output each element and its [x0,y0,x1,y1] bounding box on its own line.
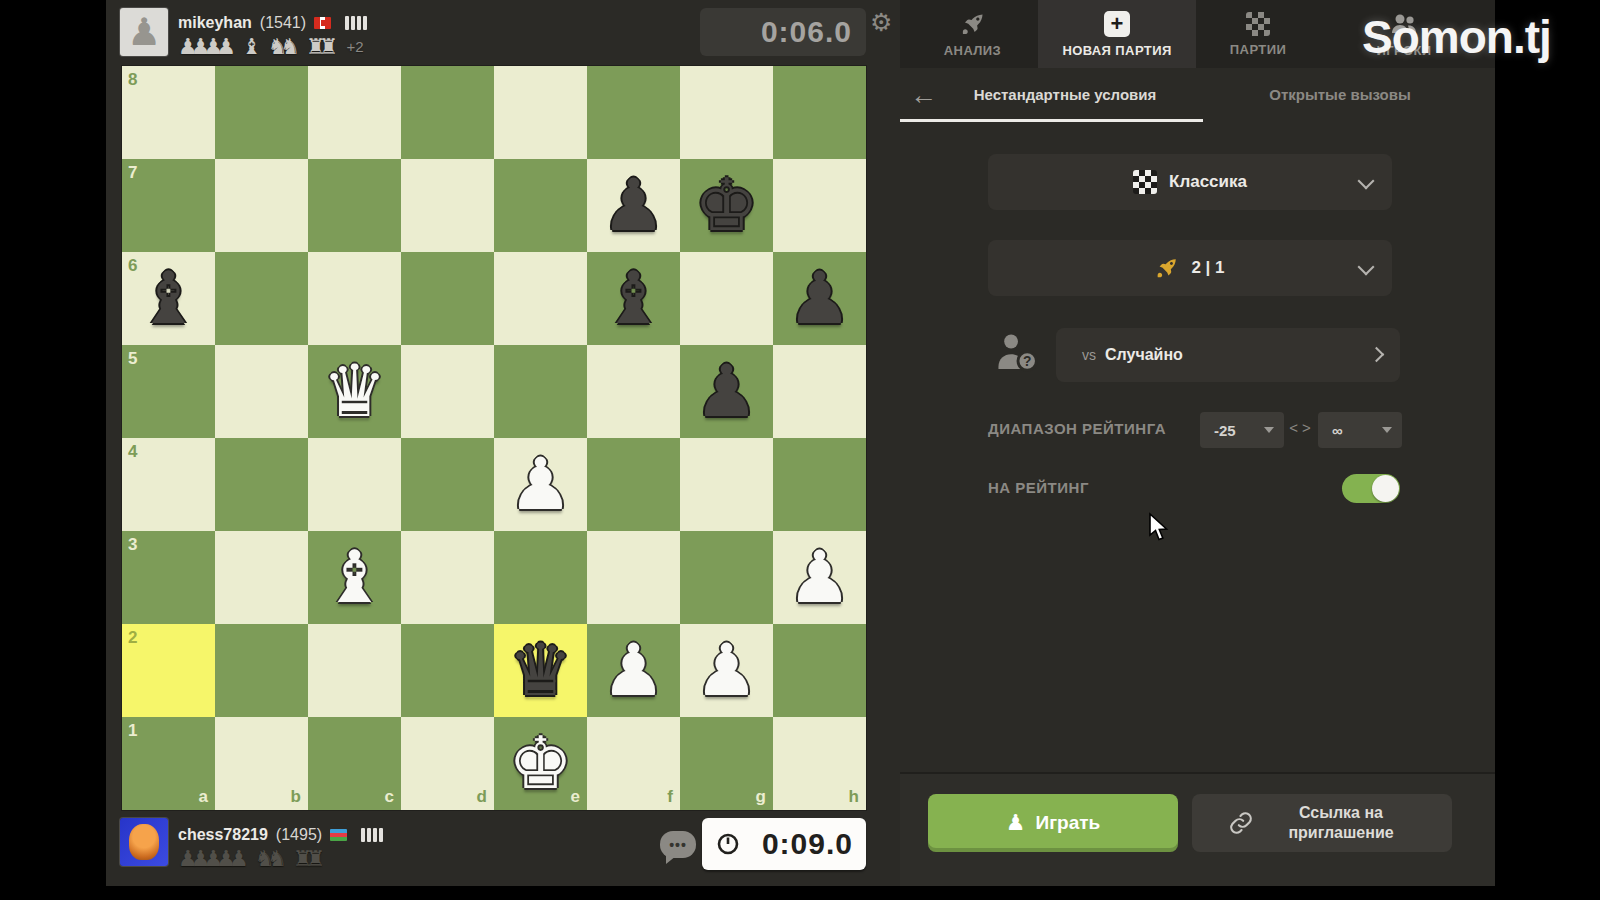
square-h6[interactable]: ♟ [773,252,866,345]
file-label-d: d [477,787,487,807]
tab-analysis[interactable]: АНАЛИЗ [915,0,1030,68]
pawn-icon: ♟ [1006,812,1026,834]
captured-group-rook: ♜♜ [293,848,318,870]
square-g1[interactable]: g [680,717,773,810]
caret-down-icon [1382,427,1392,433]
square-a5[interactable]: 5 [122,345,215,438]
rocket-icon [960,11,986,37]
square-h2[interactable] [773,624,866,717]
square-h5[interactable] [773,345,866,438]
square-d4[interactable] [401,438,494,531]
top-player-clock: 0:06.0 [700,8,866,56]
rank-label-4: 4 [128,442,137,462]
square-d3[interactable] [401,531,494,624]
chess-board: 87♟♚6♝♝♟5♛♟4♟3♝♟2♛♟♟1abcde♚fgh [122,66,866,810]
square-e6[interactable] [494,252,587,345]
square-a3[interactable]: 3 [122,531,215,624]
checkerboard-icon [1246,12,1270,36]
subtab-custom-conditions[interactable]: Нестандартные условия [940,86,1190,103]
square-a6[interactable]: 6♝ [122,252,215,345]
rating-max-value: ∞ [1332,422,1343,439]
vs-prefix: vs [1082,347,1096,363]
square-b7[interactable] [215,159,308,252]
settings-gear-icon[interactable]: ⚙ [870,8,892,37]
piece-black-pawn[interactable]: ♟ [587,159,680,252]
rating-max-dropdown[interactable]: ∞ [1318,412,1402,448]
play-button[interactable]: ♟ Играть [928,794,1178,852]
square-f4[interactable] [587,438,680,531]
letterbox-right [1495,0,1600,900]
watermark-logo: Somon.tj [1362,10,1551,64]
top-player-rating: (1541) [260,14,306,32]
square-g8[interactable] [680,66,773,159]
bottom-player-avatar[interactable] [120,818,168,866]
square-e8[interactable] [494,66,587,159]
player-question-icon: ? [995,332,1041,374]
square-c7[interactable] [308,159,401,252]
square-f8[interactable] [587,66,680,159]
square-f5[interactable] [587,345,680,438]
piece-white-bishop[interactable]: ♝ [308,531,401,624]
square-f1[interactable]: f [587,717,680,810]
square-g7[interactable]: ♚ [680,159,773,252]
letterbox-left [0,0,106,900]
file-label-a: a [199,787,208,807]
rank-label-3: 3 [128,535,137,555]
captured-group-knight: ♞♞ [255,848,280,870]
tab-analysis-label: АНАЛИЗ [944,43,1001,58]
tab-new-game-label: НОВАЯ ПАРТИЯ [1062,43,1171,58]
tab-new-game[interactable]: + НОВАЯ ПАРТИЯ [1038,0,1196,68]
square-d5[interactable] [401,345,494,438]
bottom-player-rating: (1495) [276,826,322,844]
square-g6[interactable] [680,252,773,345]
square-b3[interactable] [215,531,308,624]
square-b1[interactable]: b [215,717,308,810]
square-d2[interactable] [401,624,494,717]
captured-group-pawn: ♟♟♟♟♟ [178,848,242,870]
square-e1[interactable]: e♚ [494,717,587,810]
square-c5[interactable]: ♛ [308,345,401,438]
chat-bubble-icon[interactable]: ••• [660,831,696,858]
chevron-down-icon [1358,259,1375,276]
square-f6[interactable]: ♝ [587,252,680,345]
letterbox-bottom [0,886,1600,900]
captured-group-rook: ♜♜ [306,36,331,58]
caret-down-icon [1264,427,1274,433]
square-c8[interactable] [308,66,401,159]
plus-icon: + [1104,11,1130,37]
square-c6[interactable] [308,252,401,345]
opponent-value: Случайно [1105,346,1183,364]
square-c1[interactable]: c [308,717,401,810]
time-control-value: 2 | 1 [1191,258,1224,278]
captured-group-bishop: ♝ [242,36,255,58]
piece-white-pawn[interactable]: ♟ [680,624,773,717]
square-h3[interactable]: ♟ [773,531,866,624]
chess-app-screen: ♟ mikeyhan (1541) ♟♟♟♟♝♞♞♜♜+2 0:06.0 ⚙ 8… [0,0,1600,900]
top-player-avatar[interactable]: ♟ [120,8,168,56]
square-f7[interactable]: ♟ [587,159,680,252]
canada-flag-icon [314,17,331,29]
square-e4[interactable]: ♟ [494,438,587,531]
chat-dots: ••• [669,837,687,853]
piece-black-pawn[interactable]: ♟ [773,252,866,345]
square-g2[interactable]: ♟ [680,624,773,717]
square-f2[interactable]: ♟ [587,624,680,717]
character-avatar-art [129,824,159,860]
square-f3[interactable] [587,531,680,624]
file-label-f: f [667,787,673,807]
rank-label-2: 2 [128,628,137,648]
top-clock-value: 0:06.0 [761,15,852,49]
rank-label-1: 1 [128,721,137,741]
square-d6[interactable] [401,252,494,345]
rank-label-8: 8 [128,70,137,90]
piece-white-king[interactable]: ♚ [494,717,587,810]
play-button-label: Играть [1036,812,1101,834]
rocket-icon [1155,256,1179,280]
square-e2[interactable]: ♛ [494,624,587,717]
clock-icon [716,832,740,856]
tab-games[interactable]: ПАРТИИ [1200,0,1316,68]
piece-black-queen[interactable]: ♛ [494,624,587,717]
square-b6[interactable] [215,252,308,345]
top-player-name[interactable]: mikeyhan [178,14,252,32]
rank-label-5: 5 [128,349,137,369]
azerbaijan-flag-icon [330,829,347,841]
square-c4[interactable] [308,438,401,531]
captured-pieces-bottom: ♟♟♟♟♟♞♞♜♜ [178,848,332,870]
back-arrow-icon[interactable]: ← [910,80,937,111]
square-h7[interactable] [773,159,866,252]
bottom-player-name[interactable]: chess78219 [178,826,268,844]
variant-dropdown[interactable]: Классика [988,154,1392,210]
tab-games-label: ПАРТИИ [1230,42,1286,57]
chevron-right-icon [1369,347,1385,363]
link-icon [1228,810,1254,836]
subtab-open-challenges[interactable]: Открытые вызовы [1225,86,1455,103]
svg-text:?: ? [1023,354,1031,369]
piece-black-bishop[interactable]: ♝ [122,252,215,345]
square-e3[interactable] [494,531,587,624]
piece-black-bishop[interactable]: ♝ [587,252,680,345]
rating-min-dropdown[interactable]: -25 [1200,412,1284,448]
square-c3[interactable]: ♝ [308,531,401,624]
square-h1[interactable]: h [773,717,866,810]
active-subtab-underline [900,119,1203,122]
opponent-select-button[interactable]: vs Случайно [1056,328,1400,382]
file-label-b: b [291,787,301,807]
square-g3[interactable] [680,531,773,624]
square-h8[interactable] [773,66,866,159]
square-d8[interactable] [401,66,494,159]
square-a4[interactable]: 4 [122,438,215,531]
square-b4[interactable] [215,438,308,531]
piece-white-queen[interactable]: ♛ [308,345,401,438]
captured-group-pawn: ♟♟♟♟ [178,36,229,58]
rated-toggle[interactable] [1342,474,1400,503]
piece-black-pawn[interactable]: ♟ [680,345,773,438]
square-c2[interactable] [308,624,401,717]
time-control-dropdown[interactable]: 2 | 1 [988,240,1392,296]
piece-white-pawn[interactable]: ♟ [494,438,587,531]
square-d1[interactable]: d [401,717,494,810]
piece-white-pawn[interactable]: ♟ [587,624,680,717]
square-b5[interactable] [215,345,308,438]
invite-link-button[interactable]: Ссылка на приглашение [1192,794,1452,852]
captured-pieces-top: ♟♟♟♟♝♞♞♜♜+2 [178,36,364,58]
rated-label: НА РЕЙТИНГ [988,479,1089,496]
square-e7[interactable] [494,159,587,252]
bottom-player-clock: 0:09.0 [702,818,866,870]
piece-black-king[interactable]: ♚ [680,159,773,252]
invite-button-label: Ссылка на приглашение [1266,803,1416,843]
signal-bars-icon [361,828,383,842]
bottom-clock-value: 0:09.0 [762,827,853,861]
square-b8[interactable] [215,66,308,159]
rating-range-label: ДИАПАЗОН РЕЙТИНГА [988,420,1166,437]
top-player-name-row: mikeyhan (1541) [178,12,367,34]
square-h4[interactable] [773,438,866,531]
toggle-knob [1372,475,1399,502]
pawn-avatar-art: ♟ [127,8,161,56]
square-a8[interactable]: 8 [122,66,215,159]
piece-white-pawn[interactable]: ♟ [773,531,866,624]
square-b2[interactable] [215,624,308,717]
square-a7[interactable]: 7 [122,159,215,252]
checkerboard-icon [1133,170,1157,194]
mouse-cursor [1148,512,1170,542]
file-label-c: c [385,787,394,807]
rating-min-value: -25 [1214,422,1236,439]
rank-label-7: 7 [128,163,137,183]
captured-group-knight: ♞♞ [268,36,293,58]
signal-bars-icon [345,16,367,30]
square-a2[interactable]: 2 [122,624,215,717]
variant-dropdown-value: Классика [1169,172,1247,192]
file-label-h: h [849,787,859,807]
material-advantage: +2 [347,36,364,58]
square-a1[interactable]: 1a [122,717,215,810]
file-label-g: g [756,787,766,807]
square-g4[interactable] [680,438,773,531]
bottom-player-name-row: chess78219 (1495) [178,824,383,846]
square-e5[interactable] [494,345,587,438]
rating-range-separator: < > [1286,419,1314,436]
chevron-down-icon [1358,173,1375,190]
square-d7[interactable] [401,159,494,252]
square-g5[interactable]: ♟ [680,345,773,438]
